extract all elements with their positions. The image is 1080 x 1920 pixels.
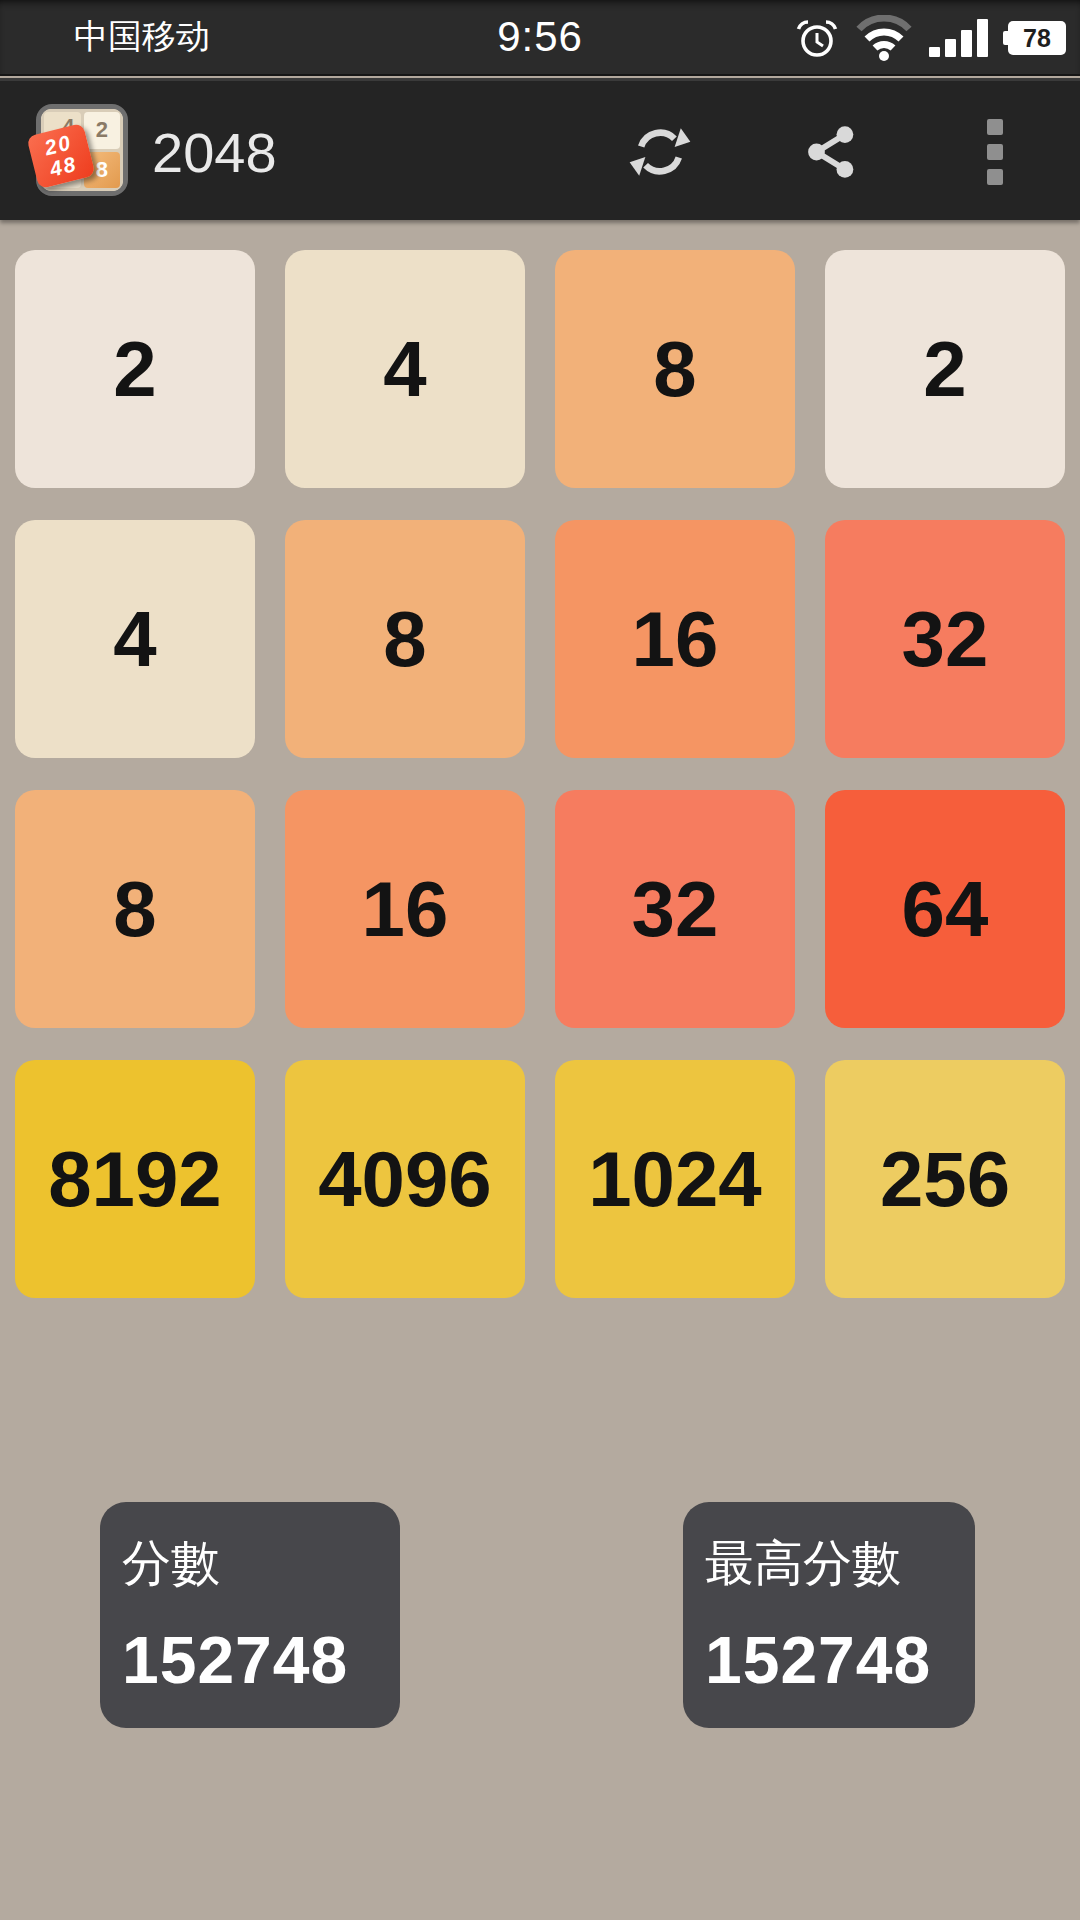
page-title: 2048 xyxy=(152,81,277,223)
signal-strength-icon xyxy=(929,19,988,57)
alarm-icon xyxy=(795,15,839,61)
best-score-value: 152748 xyxy=(705,1624,975,1696)
tile-64: 64 xyxy=(825,790,1065,1028)
tile-8192: 8192 xyxy=(15,1060,255,1298)
battery-percent: 78 xyxy=(1023,26,1051,51)
best-score-label: 最高分數 xyxy=(705,1536,975,1590)
tile-4: 4 xyxy=(15,520,255,758)
tile-8: 8 xyxy=(15,790,255,1028)
best-score-box: 最高分數 152748 xyxy=(683,1502,975,1728)
battery-icon: 78 xyxy=(1008,21,1066,55)
share-button[interactable] xyxy=(796,81,868,223)
refresh-icon xyxy=(629,121,691,183)
score-box: 分數 152748 xyxy=(100,1502,400,1728)
wifi-icon xyxy=(855,15,913,61)
tile-8: 8 xyxy=(285,520,525,758)
app-logo-2048: 4 2 8 20 48 xyxy=(36,104,128,196)
score-value: 152748 xyxy=(122,1624,400,1696)
tile-32: 32 xyxy=(825,520,1065,758)
tile-2: 2 xyxy=(15,250,255,488)
tile-16: 16 xyxy=(555,520,795,758)
share-icon xyxy=(801,121,863,183)
board-grid[interactable]: 24824816328163264819240961024256 xyxy=(0,220,1080,1502)
tile-8: 8 xyxy=(555,250,795,488)
status-icons: 78 xyxy=(795,0,1066,76)
tile-4: 4 xyxy=(285,250,525,488)
restart-button[interactable] xyxy=(624,81,696,223)
overflow-menu-icon xyxy=(987,119,1003,135)
tile-32: 32 xyxy=(555,790,795,1028)
tile-16: 16 xyxy=(285,790,525,1028)
score-label: 分數 xyxy=(122,1536,400,1590)
tile-4096: 4096 xyxy=(285,1060,525,1298)
overflow-menu-button[interactable] xyxy=(968,81,1022,223)
app-icon-tile-2: 2 xyxy=(84,112,121,149)
tile-2: 2 xyxy=(825,250,1065,488)
tile-256: 256 xyxy=(825,1060,1065,1298)
tile-1024: 1024 xyxy=(555,1060,795,1298)
status-bar: 中国移动 9:56 xyxy=(0,0,1080,76)
app-bar: 4 2 8 20 48 2048 xyxy=(0,78,1080,220)
